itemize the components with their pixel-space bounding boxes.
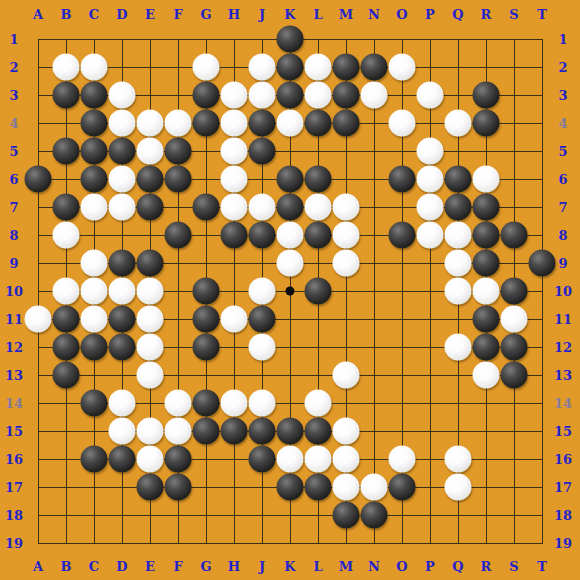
row-label-left-15: 15: [5, 425, 23, 438]
row-label-left-12: 12: [5, 341, 23, 354]
black-stone-K17: [277, 474, 304, 501]
white-stone-J3: [249, 82, 276, 109]
black-stone-C4: [81, 110, 108, 137]
row-label-left-18: 18: [5, 509, 23, 522]
black-stone-O8: [389, 222, 416, 249]
col-label-top-Q: Q: [452, 8, 463, 21]
white-stone-J14: [249, 390, 276, 417]
white-stone-D14: [109, 390, 136, 417]
black-stone-G10: [193, 278, 220, 305]
row-label-right-6: 6: [558, 173, 567, 186]
black-stone-E6: [137, 166, 164, 193]
black-stone-D9: [109, 250, 136, 277]
white-stone-E12: [137, 334, 164, 361]
white-stone-H3: [221, 82, 248, 109]
white-stone-P7: [417, 194, 444, 221]
row-label-right-2: 2: [558, 61, 567, 74]
white-stone-K4: [277, 110, 304, 137]
white-stone-E4: [137, 110, 164, 137]
black-stone-F6: [165, 166, 192, 193]
white-stone-M15: [333, 418, 360, 445]
black-stone-M3: [333, 82, 360, 109]
row-label-right-14: 14: [554, 397, 572, 410]
black-stone-R3: [473, 82, 500, 109]
col-label-top-E: E: [145, 8, 155, 21]
row-label-right-15: 15: [554, 425, 572, 438]
white-stone-Q10: [445, 278, 472, 305]
white-stone-P3: [417, 82, 444, 109]
black-stone-C14: [81, 390, 108, 417]
black-stone-G7: [193, 194, 220, 221]
black-stone-M4: [333, 110, 360, 137]
black-stone-L10: [305, 278, 332, 305]
black-stone-C12: [81, 334, 108, 361]
black-stone-L4: [305, 110, 332, 137]
col-label-top-B: B: [61, 8, 72, 21]
white-stone-L16: [305, 446, 332, 473]
row-label-left-2: 2: [9, 61, 18, 74]
col-label-top-P: P: [425, 8, 435, 21]
white-stone-J10: [249, 278, 276, 305]
col-label-top-C: C: [89, 8, 99, 21]
white-stone-L7: [305, 194, 332, 221]
black-stone-K3: [277, 82, 304, 109]
black-stone-B3: [53, 82, 80, 109]
row-label-right-18: 18: [554, 509, 572, 522]
col-label-top-H: H: [228, 8, 240, 21]
row-label-right-5: 5: [558, 145, 567, 158]
black-stone-G11: [193, 306, 220, 333]
col-label-bottom-G: G: [200, 560, 211, 573]
black-stone-D12: [109, 334, 136, 361]
col-label-bottom-S: S: [509, 560, 518, 573]
row-label-left-10: 10: [5, 285, 23, 298]
black-stone-T9: [529, 250, 556, 277]
go-board: ABCDEFGHJKLMNOPQRST ABCDEFGHJKLMNOPQRST …: [0, 0, 580, 580]
col-label-bottom-F: F: [173, 560, 182, 573]
black-stone-L17: [305, 474, 332, 501]
row-label-right-12: 12: [554, 341, 572, 354]
col-label-bottom-D: D: [116, 560, 127, 573]
white-stone-E10: [137, 278, 164, 305]
white-stone-Q17: [445, 474, 472, 501]
white-stone-Q8: [445, 222, 472, 249]
white-stone-M13: [333, 362, 360, 389]
black-stone-D5: [109, 138, 136, 165]
white-stone-P8: [417, 222, 444, 249]
row-label-right-19: 19: [554, 537, 572, 550]
black-stone-J5: [249, 138, 276, 165]
row-label-right-8: 8: [558, 229, 567, 242]
black-stone-B12: [53, 334, 80, 361]
black-stone-K2: [277, 54, 304, 81]
white-stone-L3: [305, 82, 332, 109]
white-stone-C7: [81, 194, 108, 221]
col-label-bottom-A: A: [33, 560, 43, 573]
black-stone-C6: [81, 166, 108, 193]
white-stone-D6: [109, 166, 136, 193]
white-stone-Q12: [445, 334, 472, 361]
white-stone-D3: [109, 82, 136, 109]
star-point-K10: [286, 287, 295, 296]
row-label-left-3: 3: [9, 89, 18, 102]
white-stone-G2: [193, 54, 220, 81]
col-label-bottom-M: M: [339, 560, 353, 573]
black-stone-N2: [361, 54, 388, 81]
col-label-bottom-K: K: [284, 560, 295, 573]
white-stone-K16: [277, 446, 304, 473]
row-label-left-14: 14: [5, 397, 23, 410]
black-stone-B13: [53, 362, 80, 389]
white-stone-N17: [361, 474, 388, 501]
black-stone-E9: [137, 250, 164, 277]
black-stone-R4: [473, 110, 500, 137]
white-stone-E16: [137, 446, 164, 473]
white-stone-Q9: [445, 250, 472, 277]
row-label-left-1: 1: [9, 33, 18, 46]
white-stone-L2: [305, 54, 332, 81]
black-stone-S13: [501, 362, 528, 389]
black-stone-E17: [137, 474, 164, 501]
white-stone-B8: [53, 222, 80, 249]
row-label-left-13: 13: [5, 369, 23, 382]
col-label-bottom-Q: Q: [452, 560, 463, 573]
white-stone-D4: [109, 110, 136, 137]
row-label-right-17: 17: [554, 481, 572, 494]
col-label-bottom-O: O: [396, 560, 407, 573]
black-stone-M18: [333, 502, 360, 529]
col-label-top-M: M: [339, 8, 353, 21]
row-label-left-9: 9: [9, 257, 18, 270]
black-stone-O6: [389, 166, 416, 193]
row-label-left-7: 7: [9, 201, 18, 214]
white-stone-K8: [277, 222, 304, 249]
black-stone-C3: [81, 82, 108, 109]
white-stone-C11: [81, 306, 108, 333]
black-stone-C16: [81, 446, 108, 473]
col-label-bottom-B: B: [61, 560, 72, 573]
white-stone-O4: [389, 110, 416, 137]
white-stone-B10: [53, 278, 80, 305]
white-stone-H7: [221, 194, 248, 221]
black-stone-Q6: [445, 166, 472, 193]
black-stone-L8: [305, 222, 332, 249]
white-stone-N3: [361, 82, 388, 109]
black-stone-B11: [53, 306, 80, 333]
col-label-top-T: T: [537, 8, 547, 21]
white-stone-M17: [333, 474, 360, 501]
row-label-left-17: 17: [5, 481, 23, 494]
black-stone-F8: [165, 222, 192, 249]
row-label-right-3: 3: [558, 89, 567, 102]
white-stone-H5: [221, 138, 248, 165]
black-stone-H15: [221, 418, 248, 445]
black-stone-S8: [501, 222, 528, 249]
white-stone-C2: [81, 54, 108, 81]
white-stone-H14: [221, 390, 248, 417]
black-stone-H8: [221, 222, 248, 249]
row-label-left-4: 4: [9, 117, 18, 130]
white-stone-D7: [109, 194, 136, 221]
white-stone-L14: [305, 390, 332, 417]
white-stone-M8: [333, 222, 360, 249]
black-stone-K1: [277, 26, 304, 53]
col-label-top-R: R: [481, 8, 492, 21]
black-stone-R12: [473, 334, 500, 361]
white-stone-K9: [277, 250, 304, 277]
black-stone-D11: [109, 306, 136, 333]
black-stone-D16: [109, 446, 136, 473]
black-stone-B5: [53, 138, 80, 165]
black-stone-J15: [249, 418, 276, 445]
white-stone-M7: [333, 194, 360, 221]
row-label-right-16: 16: [554, 453, 572, 466]
black-stone-Q7: [445, 194, 472, 221]
black-stone-J8: [249, 222, 276, 249]
white-stone-Q4: [445, 110, 472, 137]
black-stone-G3: [193, 82, 220, 109]
row-label-right-13: 13: [554, 369, 572, 382]
white-stone-J12: [249, 334, 276, 361]
white-stone-F4: [165, 110, 192, 137]
white-stone-O2: [389, 54, 416, 81]
white-stone-F15: [165, 418, 192, 445]
col-label-top-J: J: [259, 8, 265, 21]
white-stone-F14: [165, 390, 192, 417]
black-stone-S10: [501, 278, 528, 305]
white-stone-D15: [109, 418, 136, 445]
col-label-top-L: L: [313, 8, 322, 21]
black-stone-K7: [277, 194, 304, 221]
black-stone-L15: [305, 418, 332, 445]
col-label-bottom-L: L: [313, 560, 322, 573]
white-stone-H6: [221, 166, 248, 193]
col-label-bottom-T: T: [537, 560, 547, 573]
row-label-left-19: 19: [5, 537, 23, 550]
white-stone-E13: [137, 362, 164, 389]
white-stone-C9: [81, 250, 108, 277]
black-stone-F16: [165, 446, 192, 473]
col-label-top-G: G: [200, 8, 211, 21]
col-label-top-N: N: [368, 8, 380, 21]
black-stone-R7: [473, 194, 500, 221]
black-stone-F5: [165, 138, 192, 165]
white-stone-D10: [109, 278, 136, 305]
black-stone-A6: [25, 166, 52, 193]
black-stone-S12: [501, 334, 528, 361]
white-stone-M16: [333, 446, 360, 473]
black-stone-J16: [249, 446, 276, 473]
black-stone-M2: [333, 54, 360, 81]
white-stone-E5: [137, 138, 164, 165]
row-label-right-10: 10: [554, 285, 572, 298]
col-label-top-S: S: [509, 8, 518, 21]
row-label-right-9: 9: [558, 257, 567, 270]
white-stone-H11: [221, 306, 248, 333]
col-label-top-D: D: [116, 8, 127, 21]
col-label-bottom-J: J: [259, 560, 265, 573]
black-stone-E7: [137, 194, 164, 221]
row-label-left-6: 6: [9, 173, 18, 186]
black-stone-C5: [81, 138, 108, 165]
col-label-top-O: O: [396, 8, 407, 21]
row-label-left-16: 16: [5, 453, 23, 466]
black-stone-G14: [193, 390, 220, 417]
white-stone-J7: [249, 194, 276, 221]
white-stone-P6: [417, 166, 444, 193]
row-label-right-1: 1: [558, 33, 567, 46]
white-stone-R13: [473, 362, 500, 389]
black-stone-G4: [193, 110, 220, 137]
white-stone-O16: [389, 446, 416, 473]
black-stone-N18: [361, 502, 388, 529]
white-stone-Q16: [445, 446, 472, 473]
black-stone-J11: [249, 306, 276, 333]
white-stone-R6: [473, 166, 500, 193]
black-stone-O17: [389, 474, 416, 501]
row-label-right-4: 4: [558, 117, 567, 130]
white-stone-J2: [249, 54, 276, 81]
black-stone-J4: [249, 110, 276, 137]
black-stone-R9: [473, 250, 500, 277]
col-label-bottom-P: P: [425, 560, 435, 573]
white-stone-E15: [137, 418, 164, 445]
white-stone-H4: [221, 110, 248, 137]
col-label-bottom-H: H: [228, 560, 240, 573]
white-stone-E11: [137, 306, 164, 333]
white-stone-R10: [473, 278, 500, 305]
col-label-top-A: A: [33, 8, 43, 21]
col-label-bottom-N: N: [368, 560, 380, 573]
col-label-top-K: K: [284, 8, 295, 21]
row-label-left-11: 11: [5, 313, 23, 326]
black-stone-R8: [473, 222, 500, 249]
black-stone-K15: [277, 418, 304, 445]
white-stone-S11: [501, 306, 528, 333]
black-stone-G15: [193, 418, 220, 445]
black-stone-F17: [165, 474, 192, 501]
black-stone-K6: [277, 166, 304, 193]
row-label-right-11: 11: [554, 313, 572, 326]
white-stone-C10: [81, 278, 108, 305]
white-stone-A11: [25, 306, 52, 333]
black-stone-L6: [305, 166, 332, 193]
col-label-bottom-E: E: [145, 560, 155, 573]
white-stone-B2: [53, 54, 80, 81]
row-label-left-8: 8: [9, 229, 18, 242]
row-label-right-7: 7: [558, 201, 567, 214]
white-stone-P5: [417, 138, 444, 165]
col-label-bottom-R: R: [481, 560, 492, 573]
black-stone-G12: [193, 334, 220, 361]
black-stone-R11: [473, 306, 500, 333]
white-stone-M9: [333, 250, 360, 277]
col-label-bottom-C: C: [89, 560, 99, 573]
black-stone-B7: [53, 194, 80, 221]
row-label-left-5: 5: [9, 145, 18, 158]
col-label-top-F: F: [173, 8, 182, 21]
